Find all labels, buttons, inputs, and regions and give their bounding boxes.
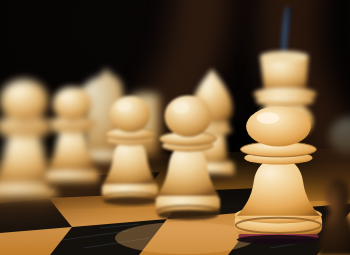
- board-shadow-fade: [0, 118, 350, 212]
- board-sheen: [115, 222, 255, 254]
- chessboard: [0, 0, 350, 255]
- chess-photo-scene: [0, 0, 350, 255]
